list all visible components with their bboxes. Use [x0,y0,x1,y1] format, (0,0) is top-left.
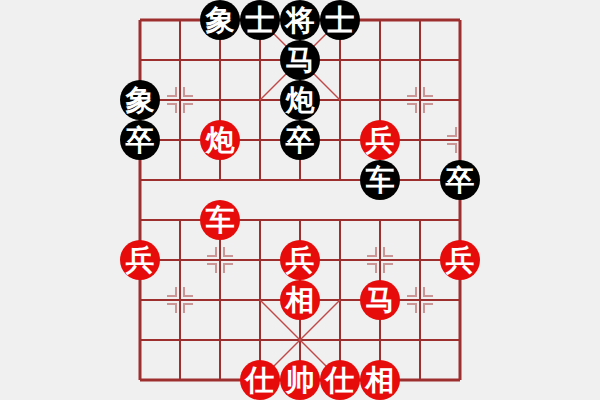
piece-glyph: 兵 [286,246,315,275]
piece-glyph: 卒 [446,166,475,195]
piece-red-chariot[interactable]: 车 [200,200,240,240]
piece-red-elephant-1[interactable]: 相 [280,280,320,320]
piece-glyph: 兵 [446,246,475,275]
piece-glyph: 卒 [126,126,155,155]
piece-glyph: 卒 [286,126,315,155]
piece-black-horse[interactable]: 马 [280,40,320,80]
piece-glyph: 马 [366,286,395,315]
piece-black-soldier-2[interactable]: 卒 [280,120,320,160]
piece-black-soldier-3[interactable]: 卒 [440,160,480,200]
pieces-layer: 象士将士马象炮卒卒车卒炮兵车兵兵兵相马仕帅仕相 [0,0,600,400]
piece-red-soldier-4[interactable]: 兵 [440,240,480,280]
piece-glyph: 士 [246,6,275,35]
piece-glyph: 将 [286,6,315,35]
piece-glyph: 士 [326,6,355,35]
piece-glyph: 象 [206,6,235,35]
piece-glyph: 相 [366,366,395,395]
piece-red-advisor-2[interactable]: 仕 [320,360,360,400]
piece-glyph: 车 [366,166,395,195]
piece-glyph: 炮 [206,126,235,155]
piece-glyph: 兵 [366,126,395,155]
piece-black-elephant-2[interactable]: 象 [120,80,160,120]
piece-black-cannon[interactable]: 炮 [280,80,320,120]
piece-red-soldier-1[interactable]: 兵 [360,120,400,160]
piece-red-elephant-2[interactable]: 相 [360,360,400,400]
piece-black-soldier-1[interactable]: 卒 [120,120,160,160]
piece-glyph: 仕 [326,366,355,395]
piece-glyph: 帅 [286,366,315,395]
piece-red-cannon[interactable]: 炮 [200,120,240,160]
piece-glyph: 马 [286,46,315,75]
piece-red-soldier-3[interactable]: 兵 [280,240,320,280]
piece-black-advisor-2[interactable]: 士 [320,0,360,40]
piece-black-general[interactable]: 将 [280,0,320,40]
piece-glyph: 车 [206,206,235,235]
piece-red-soldier-2[interactable]: 兵 [120,240,160,280]
piece-glyph: 炮 [286,86,315,115]
piece-glyph: 象 [126,86,155,115]
piece-glyph: 相 [286,286,315,315]
piece-red-general[interactable]: 帅 [280,360,320,400]
piece-black-advisor-1[interactable]: 士 [240,0,280,40]
piece-glyph: 兵 [126,246,155,275]
piece-red-horse[interactable]: 马 [360,280,400,320]
piece-black-chariot[interactable]: 车 [360,160,400,200]
piece-glyph: 仕 [246,366,275,395]
piece-black-elephant-1[interactable]: 象 [200,0,240,40]
xiangqi-board: 象士将士马象炮卒卒车卒炮兵车兵兵兵相马仕帅仕相 [0,0,600,400]
piece-red-advisor-1[interactable]: 仕 [240,360,280,400]
